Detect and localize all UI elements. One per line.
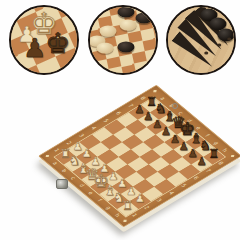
black-backgammon-checker	[218, 28, 235, 41]
inset-checkers-pieces	[90, 7, 156, 73]
inset-checkers-closeup	[88, 5, 158, 75]
product-photo: ♟♚♟♚ ♜♞♝♛♚♝♞♜♟♟♟♟♟♟♟♟♟♟♟♟♟♟♟♟♜♞♝♛♚♝♞♜ ab…	[0, 0, 240, 240]
black-pawn: ♟	[23, 35, 46, 61]
corner-ornament	[231, 155, 234, 157]
metal-hinge-ring	[172, 103, 178, 109]
dark-checker-piece	[118, 41, 135, 52]
dark-checker-piece	[118, 7, 135, 18]
inset-chess-closeup: ♟♚♟♚	[9, 5, 79, 75]
black-pawn: ♟	[197, 155, 207, 166]
chess-board: ♜♞♝♛♚♝♞♜♟♟♟♟♟♟♟♟♟♟♟♟♟♟♟♟♜♞♝♛♚♝♞♜ abcdefg…	[38, 85, 240, 228]
dark-checker-piece	[136, 12, 153, 23]
corner-ornament	[123, 220, 126, 222]
light-checker-piece	[120, 20, 137, 31]
light-checker-piece	[96, 42, 113, 53]
board-frame: ♜♞♝♛♚♝♞♜♟♟♟♟♟♟♟♟♟♟♟♟♟♟♟♟♜♞♝♛♚♝♞♜ abcdefg…	[38, 85, 240, 228]
metal-clasp	[56, 179, 68, 189]
wood-knot-dot	[218, 44, 222, 47]
light-checker-piece	[100, 25, 117, 36]
wood-knot-dot	[205, 52, 209, 55]
corner-ornament	[153, 90, 156, 92]
black-king: ♚	[45, 30, 70, 58]
inset-backgammon-closeup	[166, 5, 236, 75]
white-pawn: ♟	[135, 193, 145, 204]
white-rook: ♜	[122, 199, 133, 211]
black-rook: ♜	[209, 147, 220, 159]
chess-board-grid: ♜♞♝♛♚♝♞♜♟♟♟♟♟♟♟♟♟♟♟♟♟♟♟♟♜♞♝♛♚♝♞♜	[55, 98, 225, 217]
corner-ornament	[46, 155, 49, 157]
inset-chess-pieces: ♟♚♟♚	[11, 7, 77, 73]
inset-backgammon-layout	[168, 7, 234, 73]
wood-knot-dot	[228, 37, 232, 40]
